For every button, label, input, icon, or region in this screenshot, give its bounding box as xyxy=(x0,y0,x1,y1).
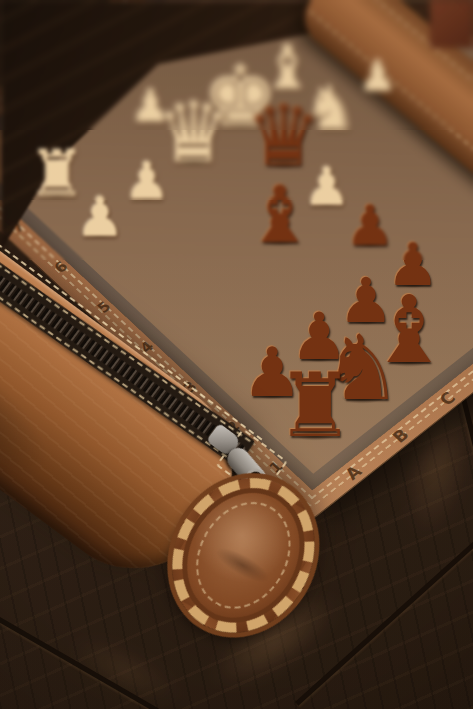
background-book-spine xyxy=(430,0,473,48)
chess-photo-scene: ABCDEFGH12345678 ♜♞♝♟♟♟♟♟♝♛♟♞♟♟♟♛♚♝♜♟ xyxy=(0,0,473,709)
